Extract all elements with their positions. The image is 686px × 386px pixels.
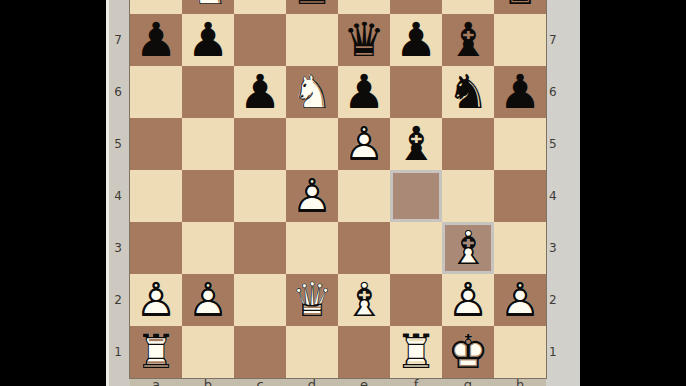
square-e2[interactable]: ♝♗ <box>338 274 390 326</box>
black-piece-glyph: ♟ <box>338 66 390 118</box>
square-c5[interactable] <box>234 118 286 170</box>
white-piece-outline: ♙ <box>442 274 494 326</box>
square-c1[interactable] <box>234 326 286 378</box>
square-e1[interactable] <box>338 326 390 378</box>
square-h5[interactable] <box>494 118 546 170</box>
file-label-g: g <box>442 377 494 386</box>
rank-label-3-right: 3 <box>546 222 580 274</box>
rank-label-3-left: 3 <box>106 222 130 274</box>
square-f1[interactable]: ♜♖ <box>390 326 442 378</box>
black-pawn-h6[interactable]: ♟ <box>494 66 546 118</box>
square-g1[interactable]: ♚♔ <box>442 326 494 378</box>
square-f3[interactable] <box>390 222 442 274</box>
white-pawn-b2[interactable]: ♟♙ <box>182 274 234 326</box>
square-f2[interactable] <box>390 274 442 326</box>
square-a6[interactable] <box>130 66 182 118</box>
square-c6[interactable]: ♟ <box>234 66 286 118</box>
square-h3[interactable] <box>494 222 546 274</box>
file-labels-bottom: abcdefgh <box>130 377 546 386</box>
black-piece-glyph: ♟ <box>130 14 182 66</box>
white-piece-outline: ♙ <box>286 170 338 222</box>
file-label-h: h <box>494 377 546 386</box>
white-rook-f1[interactable]: ♜♖ <box>390 326 442 378</box>
black-piece-glyph: ♟ <box>234 66 286 118</box>
square-e3[interactable] <box>338 222 390 274</box>
white-piece-outline: ♙ <box>130 274 182 326</box>
square-b1[interactable] <box>182 326 234 378</box>
square-c4[interactable] <box>234 170 286 222</box>
rank-label-7-right: 7 <box>546 14 580 66</box>
square-d1[interactable] <box>286 326 338 378</box>
black-pawn-b7[interactable]: ♟ <box>182 14 234 66</box>
white-pawn-e5[interactable]: ♟♙ <box>338 118 390 170</box>
rank-label-2-left: 2 <box>106 274 130 326</box>
file-label-a: a <box>130 377 182 386</box>
square-a4[interactable] <box>130 170 182 222</box>
white-pawn-a2[interactable]: ♟♙ <box>130 274 182 326</box>
black-piece-glyph: ♞ <box>442 66 494 118</box>
square-f7[interactable]: ♟ <box>390 14 442 66</box>
square-b6[interactable] <box>182 66 234 118</box>
square-d7[interactable] <box>286 14 338 66</box>
rank-label-2-right: 2 <box>546 274 580 326</box>
black-piece-glyph: ♝ <box>390 118 442 170</box>
square-g4[interactable] <box>442 170 494 222</box>
black-piece-glyph: ♟ <box>182 14 234 66</box>
square-e6[interactable]: ♟ <box>338 66 390 118</box>
square-g5[interactable] <box>442 118 494 170</box>
rank-label-7-left: 7 <box>106 14 130 66</box>
white-piece-outline: ♕ <box>286 274 338 326</box>
square-g6[interactable]: ♞ <box>442 66 494 118</box>
white-queen-d2[interactable]: ♛♕ <box>286 274 338 326</box>
white-piece-outline: ♙ <box>338 118 390 170</box>
white-piece-outline: ♙ <box>494 274 546 326</box>
rank-label-5-right: 5 <box>546 118 580 170</box>
square-d3[interactable] <box>286 222 338 274</box>
square-b4[interactable] <box>182 170 234 222</box>
file-label-e: e <box>338 377 390 386</box>
square-b5[interactable] <box>182 118 234 170</box>
file-label-c: c <box>234 377 286 386</box>
rank-label-1-left: 1 <box>106 326 130 378</box>
black-piece-glyph: ♜ <box>286 0 338 14</box>
white-pawn-h2[interactable]: ♟♙ <box>494 274 546 326</box>
square-e7[interactable]: ♛ <box>338 14 390 66</box>
square-g2[interactable]: ♟♙ <box>442 274 494 326</box>
black-piece-glyph: ♟ <box>390 14 442 66</box>
white-rook-a1[interactable]: ♜♖ <box>130 326 182 378</box>
black-piece-glyph: ♚ <box>494 0 546 14</box>
video-frame: ♞♘♜♚♟♟♛♟♝♟♞♘♟♞♟♟♙♝♟♙♝♗♟♙♟♙♛♕♝♗♟♙♟♙♜♖♜♖♚♔… <box>0 0 686 386</box>
black-rook-d8[interactable]: ♜ <box>286 0 338 14</box>
square-d2[interactable]: ♛♕ <box>286 274 338 326</box>
rank-labels-right: 87654321 <box>546 0 580 378</box>
square-a5[interactable] <box>130 118 182 170</box>
file-label-d: d <box>286 377 338 386</box>
square-a3[interactable] <box>130 222 182 274</box>
white-piece-outline: ♔ <box>442 326 494 378</box>
square-g3[interactable]: ♝♗ <box>442 222 494 274</box>
white-pawn-d4[interactable]: ♟♙ <box>286 170 338 222</box>
white-piece-outline: ♙ <box>182 274 234 326</box>
rank-label-6-left: 6 <box>106 66 130 118</box>
square-g7[interactable]: ♝ <box>442 14 494 66</box>
white-pawn-g2[interactable]: ♟♙ <box>442 274 494 326</box>
square-h1[interactable] <box>494 326 546 378</box>
black-queen-e7[interactable]: ♛ <box>338 14 390 66</box>
square-c2[interactable] <box>234 274 286 326</box>
black-piece-glyph: ♝ <box>442 14 494 66</box>
square-h6[interactable]: ♟ <box>494 66 546 118</box>
black-bishop-f5[interactable]: ♝ <box>390 118 442 170</box>
chess-board[interactable]: ♞♘♜♚♟♟♛♟♝♟♞♘♟♞♟♟♙♝♟♙♝♗♟♙♟♙♛♕♝♗♟♙♟♙♜♖♜♖♚♔ <box>130 0 546 378</box>
square-d6[interactable]: ♞♘ <box>286 66 338 118</box>
file-label-f: f <box>390 377 442 386</box>
rank-label-4-right: 4 <box>546 170 580 222</box>
white-piece-outline: ♘ <box>286 66 338 118</box>
black-pawn-a7[interactable]: ♟ <box>130 14 182 66</box>
square-e5[interactable]: ♟♙ <box>338 118 390 170</box>
rank-label-4-left: 4 <box>106 170 130 222</box>
square-b2[interactable]: ♟♙ <box>182 274 234 326</box>
white-piece-outline: ♗ <box>338 274 390 326</box>
file-label-b: b <box>182 377 234 386</box>
square-a2[interactable]: ♟♙ <box>130 274 182 326</box>
square-d8[interactable]: ♜ <box>286 0 338 14</box>
square-d4[interactable]: ♟♙ <box>286 170 338 222</box>
rank-labels-left: 87654321 <box>106 0 130 378</box>
rank-label-1-right: 1 <box>546 326 580 378</box>
black-pawn-f7[interactable]: ♟ <box>390 14 442 66</box>
square-a1[interactable]: ♜♖ <box>130 326 182 378</box>
black-pawn-e6[interactable]: ♟ <box>338 66 390 118</box>
square-f4[interactable] <box>390 170 442 222</box>
white-piece-outline: ♗ <box>442 222 494 274</box>
square-f6[interactable] <box>390 66 442 118</box>
rank-label-8-right: 8 <box>546 0 580 14</box>
square-b3[interactable] <box>182 222 234 274</box>
square-b7[interactable]: ♟ <box>182 14 234 66</box>
black-piece-glyph: ♟ <box>494 66 546 118</box>
square-c7[interactable] <box>234 14 286 66</box>
white-bishop-g3[interactable]: ♝♗ <box>442 222 494 274</box>
square-h4[interactable] <box>494 170 546 222</box>
rank-label-8-left: 8 <box>106 0 130 14</box>
square-d5[interactable] <box>286 118 338 170</box>
white-king-g1[interactable]: ♚♔ <box>442 326 494 378</box>
square-h7[interactable] <box>494 14 546 66</box>
white-bishop-e2[interactable]: ♝♗ <box>338 274 390 326</box>
rank-label-6-right: 6 <box>546 66 580 118</box>
rank-label-5-left: 5 <box>106 118 130 170</box>
square-c3[interactable] <box>234 222 286 274</box>
white-knight-d6[interactable]: ♞♘ <box>286 66 338 118</box>
square-e4[interactable] <box>338 170 390 222</box>
square-h8[interactable]: ♚ <box>494 0 546 14</box>
square-f5[interactable]: ♝ <box>390 118 442 170</box>
black-pawn-c6[interactable]: ♟ <box>234 66 286 118</box>
square-c8[interactable] <box>234 0 286 14</box>
black-knight-g6[interactable]: ♞ <box>442 66 494 118</box>
square-h2[interactable]: ♟♙ <box>494 274 546 326</box>
white-piece-outline: ♖ <box>130 326 182 378</box>
black-piece-glyph: ♛ <box>338 14 390 66</box>
square-a7[interactable]: ♟ <box>130 14 182 66</box>
black-bishop-g7[interactable]: ♝ <box>442 14 494 66</box>
black-king-h8[interactable]: ♚ <box>494 0 546 14</box>
white-piece-outline: ♖ <box>390 326 442 378</box>
